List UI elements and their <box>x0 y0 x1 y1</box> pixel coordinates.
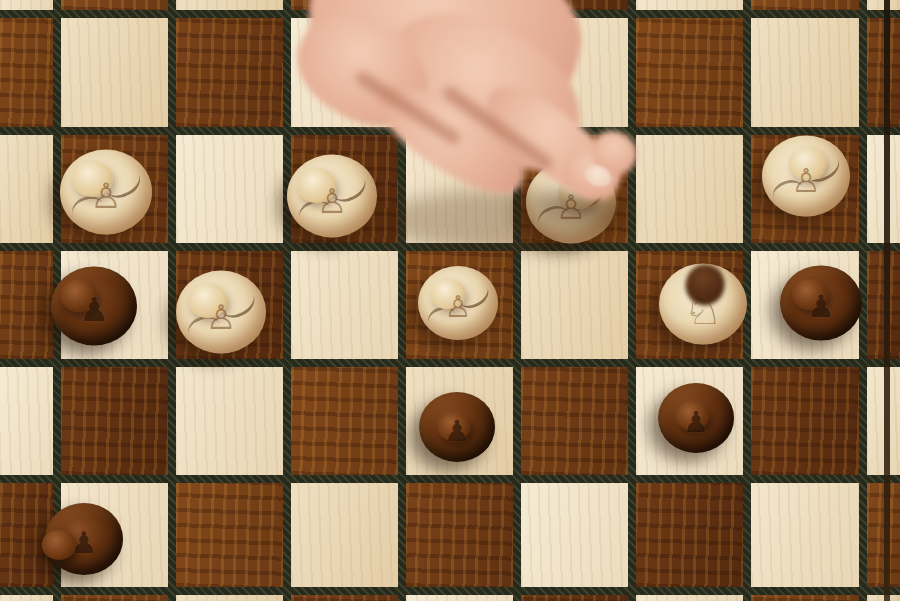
square-row1-col0-dark[interactable] <box>0 18 53 127</box>
white-pawn-r2c3[interactable]: ♙ <box>287 155 377 238</box>
square-row4-col7-dark[interactable] <box>751 367 859 475</box>
square-row1-col3-light[interactable] <box>291 18 398 127</box>
pawn-knob <box>188 283 228 318</box>
square-row2-col4-light[interactable] <box>406 135 513 243</box>
square-row0-col5-dark[interactable] <box>521 0 628 10</box>
square-row4-col1-dark[interactable] <box>61 367 168 475</box>
square-row5-col7-light[interactable] <box>751 483 859 587</box>
square-row4-col2-light[interactable] <box>176 367 283 475</box>
square-row5-col6-dark[interactable] <box>636 483 743 587</box>
white-pawn-r3c4[interactable]: ♙ <box>418 266 498 340</box>
square-row5-col2-dark[interactable] <box>176 483 283 587</box>
square-row1-col1-light[interactable] <box>61 18 168 127</box>
square-row2-col6-light[interactable] <box>636 135 743 243</box>
square-row6-col5-dark[interactable] <box>521 595 628 601</box>
black-pawn-r5c1[interactable]: ♟ <box>45 503 123 575</box>
square-row1-col2-dark[interactable] <box>176 18 283 127</box>
square-row4-col5-dark[interactable] <box>521 367 628 475</box>
pawn-knob <box>297 168 337 203</box>
square-row3-col3-light[interactable] <box>291 251 398 359</box>
black-pawn-r3c1[interactable]: ♟ <box>51 267 137 346</box>
square-row0-col3-dark[interactable] <box>291 0 398 10</box>
square-row5-col5-light[interactable] <box>521 483 628 587</box>
square-row1-col5-light[interactable] <box>521 18 628 127</box>
square-row4-col0-light[interactable] <box>0 367 53 475</box>
square-row6-col0-light[interactable] <box>0 595 53 601</box>
pawn-knob <box>791 278 827 310</box>
square-row0-col4-light[interactable] <box>406 0 513 10</box>
square-row0-col7-dark[interactable] <box>751 0 859 10</box>
square-row2-col2-light[interactable] <box>176 135 283 243</box>
square-row6-col7-dark[interactable] <box>751 595 859 601</box>
square-row6-col6-light[interactable] <box>636 595 743 601</box>
square-row6-col3-dark[interactable] <box>291 595 398 601</box>
square-row1-col4-dark[interactable] <box>406 18 513 127</box>
pawn-knob <box>558 175 598 210</box>
square-row0-col2-light[interactable] <box>176 0 283 10</box>
square-row4-col3-dark[interactable] <box>291 367 398 475</box>
square-row1-col7-light[interactable] <box>751 18 859 127</box>
piece-base <box>60 150 152 235</box>
square-row6-col1-dark[interactable] <box>61 595 168 601</box>
square-row6-col4-light[interactable] <box>406 595 513 601</box>
black-pawn-r3c7[interactable]: ♟ <box>780 266 862 341</box>
square-row6-col2-light[interactable] <box>176 595 283 601</box>
white-pawn-r3c2[interactable]: ♙ <box>176 271 266 354</box>
white-pawn-r2c5-grabbed[interactable]: ♙ <box>526 161 616 244</box>
black-pawn-r4c6[interactable]: ♟ <box>658 383 734 453</box>
square-row0-col1-dark[interactable] <box>61 0 168 10</box>
pawn-knob <box>72 161 112 197</box>
black-pawn-r4c4[interactable]: ♟ <box>419 392 495 462</box>
square-row5-col4-dark[interactable] <box>406 483 513 587</box>
pawn-knob <box>60 279 98 312</box>
square-row3-col5-light[interactable] <box>521 251 628 359</box>
square-row5-col3-light[interactable] <box>291 483 398 587</box>
white-pawn-r2c7[interactable]: ♙ <box>762 136 850 217</box>
square-row3-col0-dark[interactable] <box>0 251 53 359</box>
pawn-knob <box>788 146 827 180</box>
square-row0-col0-light[interactable] <box>0 0 53 10</box>
pawn-knob <box>430 279 465 310</box>
square-row0-col6-light[interactable] <box>636 0 743 10</box>
square-row2-col0-light[interactable] <box>0 135 53 243</box>
square-row1-col6-dark[interactable] <box>636 18 743 127</box>
white-knight-r3c6[interactable]: ♘ <box>659 264 747 345</box>
board-hinge-seam <box>884 0 890 601</box>
white-pawn-r2c1[interactable]: ♙ <box>60 150 152 235</box>
chess-board-photo: ♙♙♙♙♟♙♙♘♟♟♟♟ <box>0 0 900 601</box>
